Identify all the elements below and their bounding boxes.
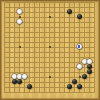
white-stone — [17, 9, 22, 14]
black-stone — [27, 84, 32, 89]
hoshi-dot — [79, 76, 81, 78]
hoshi-dot — [49, 46, 51, 48]
last-move-marker — [78, 45, 80, 47]
black-stone — [87, 69, 92, 74]
hoshi-dot — [19, 16, 21, 18]
white-stone — [22, 74, 27, 79]
black-stone — [12, 79, 17, 84]
white-stone — [17, 19, 22, 24]
hoshi-dot — [19, 46, 21, 48]
white-stone — [77, 64, 82, 69]
black-stone — [82, 74, 87, 79]
black-stone — [17, 79, 22, 84]
hoshi-dot — [49, 76, 51, 78]
hoshi-dot — [49, 16, 51, 18]
black-stone — [77, 14, 82, 19]
black-stone — [77, 84, 82, 89]
black-stone — [67, 84, 72, 89]
white-stone — [82, 59, 87, 64]
black-stone — [72, 79, 77, 84]
black-stone — [67, 9, 72, 14]
go-board[interactable] — [0, 0, 100, 100]
